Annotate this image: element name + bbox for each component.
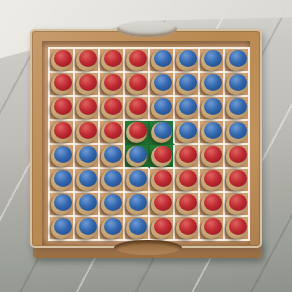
piece-red[interactable]	[76, 50, 97, 71]
board-cell-e8[interactable]	[150, 217, 175, 239]
piece-blue[interactable]	[51, 218, 72, 239]
board-cell-c4[interactable]	[100, 121, 125, 145]
red-cap-icon	[54, 98, 72, 115]
board-cell-h1[interactable]	[225, 49, 248, 73]
board-cell-c8[interactable]	[100, 217, 125, 239]
blue-cap-icon	[204, 74, 222, 91]
red-cap-icon	[204, 194, 222, 211]
red-cap-icon	[79, 50, 97, 67]
red-cap-icon	[79, 98, 97, 115]
piece-red[interactable]	[101, 74, 122, 95]
board-cell-e7[interactable]	[150, 193, 175, 217]
piece-red[interactable]	[176, 194, 197, 215]
piece-blue[interactable]	[76, 218, 97, 239]
board-cell-g2[interactable]	[200, 73, 225, 97]
red-cap-icon	[129, 74, 147, 91]
blue-cap-icon	[204, 122, 222, 139]
piece-red[interactable]	[101, 98, 122, 119]
piece-red[interactable]	[151, 170, 172, 191]
piece-blue[interactable]	[176, 98, 197, 119]
board-cell-a3[interactable]	[50, 97, 75, 121]
board-cell-c5[interactable]	[100, 145, 125, 169]
piece-red[interactable]	[226, 194, 247, 215]
piece-blue[interactable]	[126, 218, 147, 239]
board-cell-g6[interactable]	[200, 169, 225, 193]
piece-blue[interactable]	[226, 98, 247, 119]
board-cell-f3[interactable]	[175, 97, 200, 121]
blue-cap-icon	[104, 218, 122, 235]
board-cell-h4[interactable]	[225, 121, 248, 145]
red-cap-icon	[104, 74, 122, 91]
board-cell-b7[interactable]	[75, 193, 100, 217]
board-cell-g8[interactable]	[200, 217, 225, 239]
piece-blue[interactable]	[226, 50, 247, 71]
piece-blue[interactable]	[201, 74, 222, 95]
board-cell-b4[interactable]	[75, 121, 100, 145]
board-cell-h8[interactable]	[225, 217, 248, 239]
board-cell-f5[interactable]	[175, 145, 200, 169]
board-cell-c3[interactable]	[100, 97, 125, 121]
blue-cap-icon	[54, 218, 72, 235]
piece-red[interactable]	[201, 194, 222, 215]
blue-cap-icon	[179, 98, 197, 115]
red-cap-icon	[154, 146, 172, 163]
tray-finger-notch-top	[117, 21, 177, 37]
red-cap-icon	[204, 146, 222, 163]
board-cell-b1[interactable]	[75, 49, 100, 73]
red-cap-icon	[104, 50, 122, 67]
piece-blue[interactable]	[226, 122, 247, 143]
board-cell-e5[interactable]	[150, 145, 175, 169]
red-cap-icon	[104, 122, 122, 139]
piece-red[interactable]	[126, 50, 147, 71]
piece-blue[interactable]	[101, 194, 122, 215]
piece-red[interactable]	[51, 98, 72, 119]
piece-red[interactable]	[51, 122, 72, 143]
blue-cap-icon	[204, 98, 222, 115]
red-cap-icon	[179, 194, 197, 211]
piece-blue[interactable]	[151, 74, 172, 95]
blue-cap-icon	[79, 146, 97, 163]
blue-cap-icon	[104, 170, 122, 187]
red-cap-icon	[54, 122, 72, 139]
piece-red[interactable]	[126, 74, 147, 95]
red-cap-icon	[229, 170, 247, 187]
red-cap-icon	[179, 146, 197, 163]
board-cell-a1[interactable]	[50, 49, 75, 73]
board-cell-h7[interactable]	[225, 193, 248, 217]
photo-scene	[0, 0, 292, 292]
piece-red[interactable]	[126, 98, 147, 119]
piece-blue[interactable]	[76, 194, 97, 215]
board-cell-f2[interactable]	[175, 73, 200, 97]
board-cell-d1[interactable]	[125, 49, 150, 73]
piece-red[interactable]	[176, 170, 197, 191]
piece-red[interactable]	[51, 74, 72, 95]
piece-red[interactable]	[226, 218, 247, 239]
blue-cap-icon	[54, 146, 72, 163]
blue-cap-icon	[154, 98, 172, 115]
board-cell-b2[interactable]	[75, 73, 100, 97]
board-cell-f8[interactable]	[175, 217, 200, 239]
piece-blue[interactable]	[51, 146, 72, 167]
red-cap-icon	[129, 122, 147, 139]
piece-blue[interactable]	[201, 98, 222, 119]
board-cell-d5[interactable]	[125, 145, 150, 169]
board-cell-g3[interactable]	[200, 97, 225, 121]
red-cap-icon	[129, 98, 147, 115]
blue-cap-icon	[129, 194, 147, 211]
red-cap-icon	[79, 122, 97, 139]
board-cell-h3[interactable]	[225, 97, 248, 121]
piece-blue[interactable]	[101, 170, 122, 191]
board-cell-d8[interactable]	[125, 217, 150, 239]
board-cell-c7[interactable]	[100, 193, 125, 217]
board-cell-f6[interactable]	[175, 169, 200, 193]
piece-red[interactable]	[101, 122, 122, 143]
blue-cap-icon	[179, 122, 197, 139]
piece-blue[interactable]	[51, 170, 72, 191]
red-cap-icon	[154, 194, 172, 211]
red-cap-icon	[179, 218, 197, 235]
red-cap-icon	[54, 50, 72, 67]
board-cell-h2[interactable]	[225, 73, 248, 97]
tray-finger-notch-bottom	[114, 240, 182, 255]
blue-cap-icon	[229, 74, 247, 91]
piece-red[interactable]	[151, 146, 172, 167]
blue-cap-icon	[54, 194, 72, 211]
piece-blue[interactable]	[176, 50, 197, 71]
red-cap-icon	[79, 74, 97, 91]
piece-blue[interactable]	[101, 218, 122, 239]
board-cell-b6[interactable]	[75, 169, 100, 193]
red-cap-icon	[179, 170, 197, 187]
blue-cap-icon	[79, 170, 97, 187]
piece-blue[interactable]	[76, 170, 97, 191]
board-cell-f1[interactable]	[175, 49, 200, 73]
piece-blue[interactable]	[51, 194, 72, 215]
piece-red[interactable]	[126, 122, 147, 143]
red-cap-icon	[154, 218, 172, 235]
piece-blue[interactable]	[126, 170, 147, 191]
board-cell-e4[interactable]	[150, 121, 175, 145]
reversi-board-grid	[48, 47, 250, 241]
piece-red[interactable]	[201, 218, 222, 239]
board-cell-d2[interactable]	[125, 73, 150, 97]
board-cell-c1[interactable]	[100, 49, 125, 73]
board-cell-a8[interactable]	[50, 217, 75, 239]
board-cell-d7[interactable]	[125, 193, 150, 217]
board-cell-a4[interactable]	[50, 121, 75, 145]
board-cell-h5[interactable]	[225, 145, 248, 169]
piece-red[interactable]	[151, 218, 172, 239]
red-cap-icon	[204, 218, 222, 235]
piece-blue[interactable]	[101, 146, 122, 167]
piece-blue[interactable]	[176, 74, 197, 95]
blue-cap-icon	[229, 50, 247, 67]
piece-red[interactable]	[151, 194, 172, 215]
blue-cap-icon	[179, 74, 197, 91]
board-cell-a6[interactable]	[50, 169, 75, 193]
red-cap-icon	[229, 146, 247, 163]
piece-red[interactable]	[176, 146, 197, 167]
blue-cap-icon	[204, 50, 222, 67]
red-cap-icon	[54, 74, 72, 91]
piece-red[interactable]	[201, 170, 222, 191]
piece-red[interactable]	[226, 146, 247, 167]
blue-cap-icon	[129, 170, 147, 187]
piece-blue[interactable]	[201, 50, 222, 71]
piece-blue[interactable]	[226, 74, 247, 95]
piece-blue[interactable]	[76, 146, 97, 167]
board-cell-e1[interactable]	[150, 49, 175, 73]
board-cell-g1[interactable]	[200, 49, 225, 73]
blue-cap-icon	[79, 194, 97, 211]
board-cell-d3[interactable]	[125, 97, 150, 121]
red-cap-icon	[129, 50, 147, 67]
piece-blue[interactable]	[151, 50, 172, 71]
board-cell-e3[interactable]	[150, 97, 175, 121]
red-cap-icon	[229, 218, 247, 235]
piece-red[interactable]	[226, 170, 247, 191]
red-cap-icon	[229, 194, 247, 211]
board-cell-c6[interactable]	[100, 169, 125, 193]
board-cell-d6[interactable]	[125, 169, 150, 193]
board-cell-b5[interactable]	[75, 145, 100, 169]
piece-red[interactable]	[101, 50, 122, 71]
piece-red[interactable]	[76, 122, 97, 143]
board-cell-f4[interactable]	[175, 121, 200, 145]
blue-cap-icon	[129, 146, 147, 163]
blue-cap-icon	[179, 50, 197, 67]
board-cell-c2[interactable]	[100, 73, 125, 97]
piece-blue[interactable]	[176, 122, 197, 143]
piece-blue[interactable]	[201, 122, 222, 143]
board-cell-b3[interactable]	[75, 97, 100, 121]
board-cell-a2[interactable]	[50, 73, 75, 97]
blue-cap-icon	[54, 170, 72, 187]
piece-red[interactable]	[76, 74, 97, 95]
board-cell-e6[interactable]	[150, 169, 175, 193]
blue-cap-icon	[154, 122, 172, 139]
board-cell-e2[interactable]	[150, 73, 175, 97]
red-cap-icon	[154, 170, 172, 187]
piece-red[interactable]	[176, 218, 197, 239]
piece-red[interactable]	[76, 98, 97, 119]
board-cell-b8[interactable]	[75, 217, 100, 239]
board-cell-g7[interactable]	[200, 193, 225, 217]
red-cap-icon	[204, 170, 222, 187]
blue-cap-icon	[229, 98, 247, 115]
board-cell-h6[interactable]	[225, 169, 248, 193]
blue-cap-icon	[229, 122, 247, 139]
board-cell-g5[interactable]	[200, 145, 225, 169]
board-cell-g4[interactable]	[200, 121, 225, 145]
piece-red[interactable]	[201, 146, 222, 167]
board-cell-a5[interactable]	[50, 145, 75, 169]
piece-blue[interactable]	[151, 122, 172, 143]
blue-cap-icon	[104, 146, 122, 163]
blue-cap-icon	[154, 50, 172, 67]
board-cell-f7[interactable]	[175, 193, 200, 217]
blue-cap-icon	[154, 74, 172, 91]
blue-cap-icon	[79, 218, 97, 235]
piece-blue[interactable]	[126, 194, 147, 215]
piece-blue[interactable]	[151, 98, 172, 119]
blue-cap-icon	[104, 194, 122, 211]
red-cap-icon	[104, 98, 122, 115]
piece-red[interactable]	[51, 50, 72, 71]
piece-blue[interactable]	[126, 146, 147, 167]
board-cell-a7[interactable]	[50, 193, 75, 217]
board-cell-d4[interactable]	[125, 121, 150, 145]
blue-cap-icon	[129, 218, 147, 235]
